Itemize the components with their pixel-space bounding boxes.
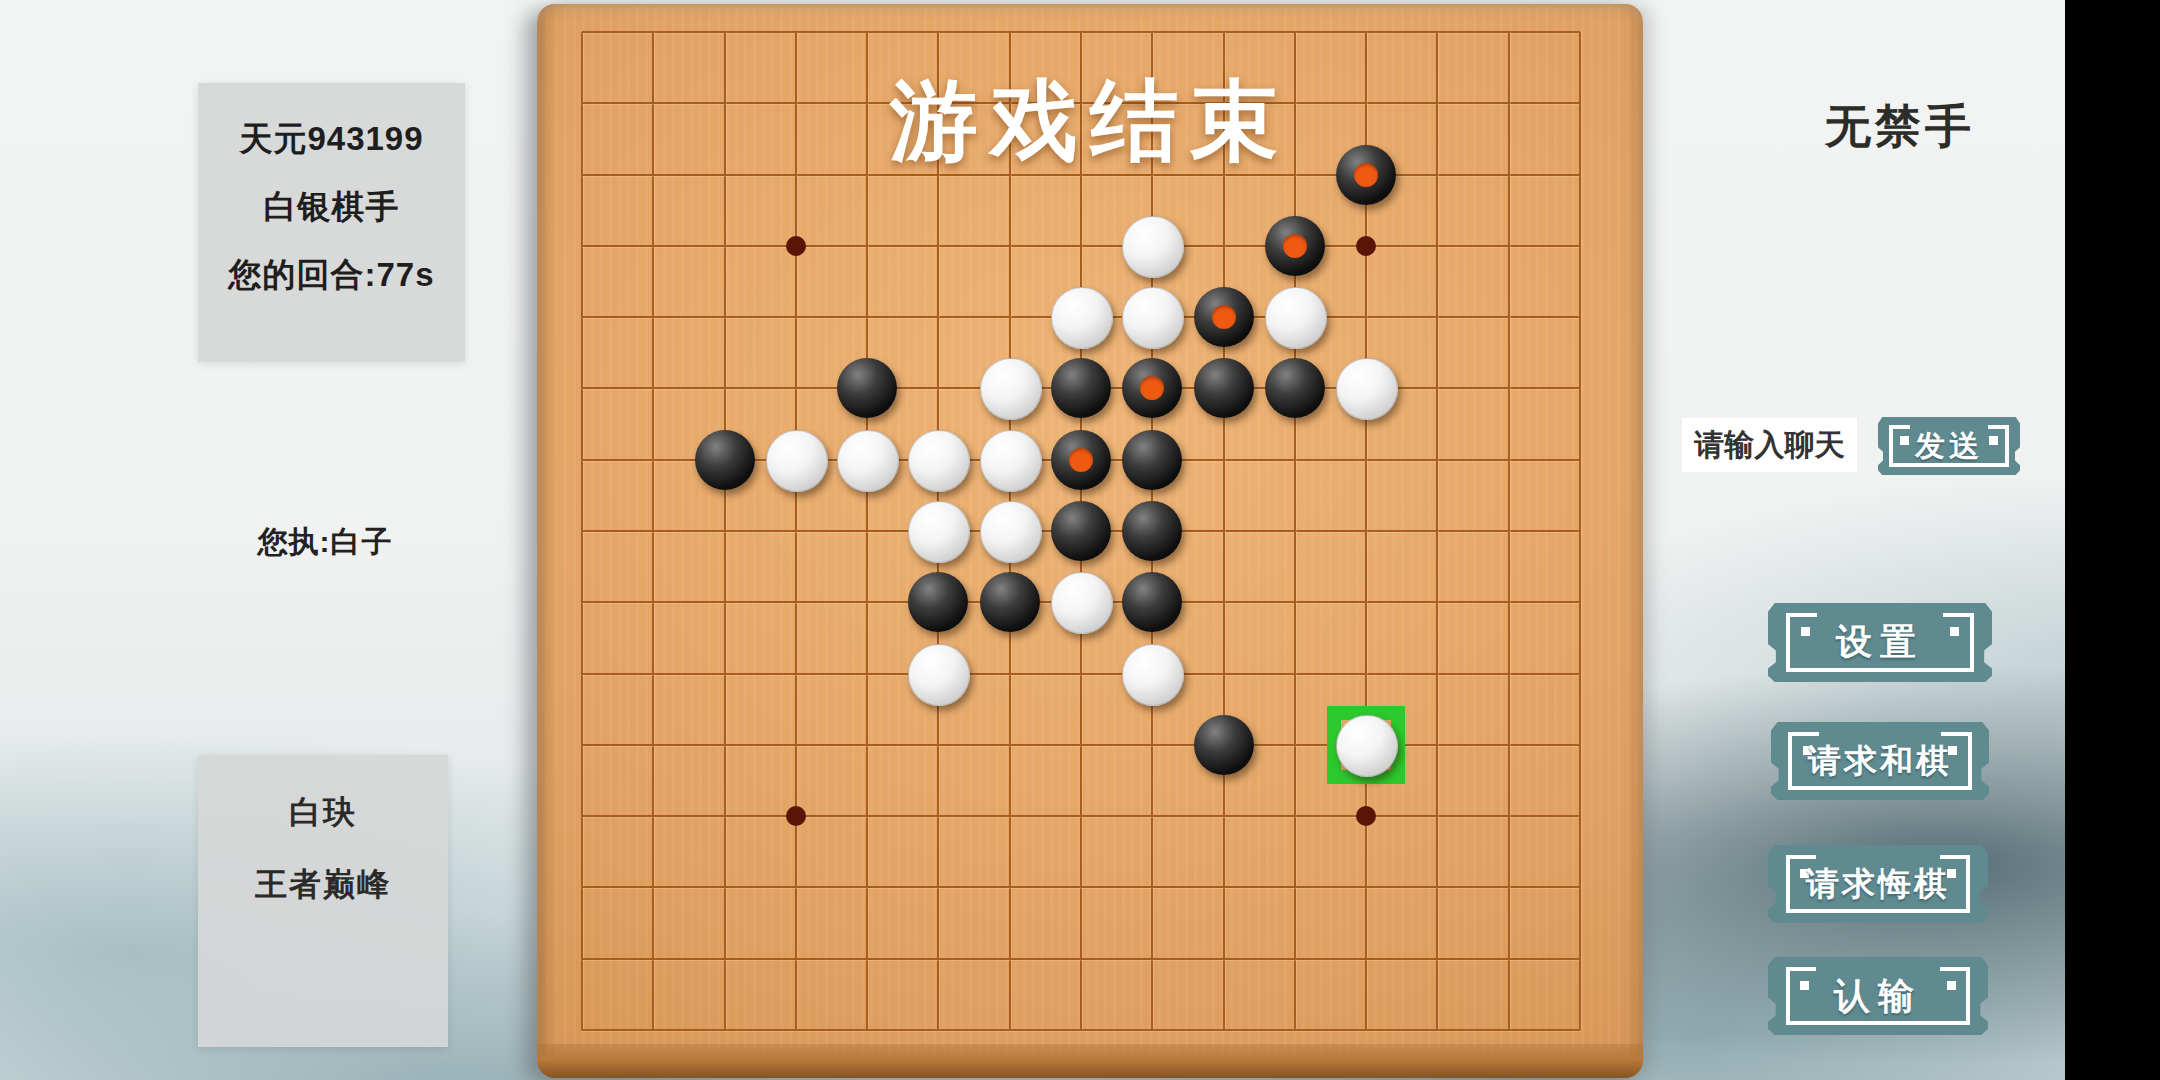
black-stone [1265, 216, 1325, 276]
winning-line-marker [1140, 376, 1164, 400]
settings-button-label: 设置 [1836, 618, 1924, 667]
resign-button[interactable]: 认输 [1768, 957, 1988, 1035]
grid-line [582, 673, 1580, 675]
star-point [786, 236, 806, 256]
player-rank: 王者巅峰 [255, 863, 391, 907]
chat-input[interactable] [1682, 418, 1857, 472]
white-stone [980, 430, 1042, 492]
grid-line [1294, 32, 1296, 1030]
black-stone [837, 358, 897, 418]
request-undo-button[interactable]: 请求悔棋 [1768, 845, 1988, 923]
black-stone [1194, 715, 1254, 775]
player-name: 白玦 [289, 791, 357, 835]
send-button-label: 发送 [1915, 426, 1983, 467]
black-stone [1265, 358, 1325, 418]
winning-line-marker [1283, 234, 1307, 258]
white-stone [1122, 287, 1184, 349]
request-draw-button-label: 请求和棋 [1808, 739, 1952, 784]
turn-timer: 您的回合:77s [228, 253, 434, 298]
settings-button[interactable]: 设置 [1768, 603, 1992, 682]
white-stone [766, 430, 828, 492]
black-stone [1051, 430, 1111, 490]
send-button[interactable]: 发送 [1878, 417, 2020, 475]
grid-line [1508, 32, 1510, 1030]
white-stone [980, 501, 1042, 563]
grid-line [582, 815, 1580, 817]
grid-line [1436, 32, 1438, 1030]
black-stone [1051, 358, 1111, 418]
grid-line [582, 744, 1580, 746]
white-stone [1336, 358, 1398, 420]
white-stone [1051, 572, 1113, 634]
star-point [1356, 806, 1376, 826]
black-stone [1122, 501, 1182, 561]
star-point [1356, 236, 1376, 256]
screen-edge-black-strip [2065, 0, 2160, 1080]
black-stone [1122, 358, 1182, 418]
black-stone [1194, 287, 1254, 347]
request-draw-button[interactable]: 请求和棋 [1771, 722, 1989, 800]
resign-button-label: 认输 [1834, 972, 1922, 1021]
button-corner-ornament [1786, 613, 1817, 639]
star-point [786, 806, 806, 826]
black-stone [1051, 501, 1111, 561]
you-play-label: 您执:白子 [200, 522, 450, 563]
white-stone [1265, 287, 1327, 349]
white-stone [837, 430, 899, 492]
black-stone [1122, 430, 1182, 490]
game-over-title: 游戏结束 [537, 62, 1643, 181]
white-stone [908, 644, 970, 706]
grid-line [1579, 32, 1581, 1030]
button-corner-ornament [1940, 967, 1970, 993]
button-corner-ornament [1786, 967, 1816, 993]
gomoku-board[interactable]: 游戏结束 [537, 4, 1643, 1078]
winning-line-marker [1212, 305, 1236, 329]
white-stone [1122, 644, 1184, 706]
rule-label: 无禁手 [1790, 96, 2010, 158]
black-stone [908, 572, 968, 632]
black-stone [1122, 572, 1182, 632]
white-stone [908, 501, 970, 563]
grid-line [582, 958, 1580, 960]
white-stone [980, 358, 1042, 420]
player-info-panel: 白玦 王者巅峰 [198, 755, 448, 1047]
request-undo-button-label: 请求悔棋 [1806, 862, 1950, 907]
winning-line-marker [1069, 448, 1093, 472]
white-stone [1051, 287, 1113, 349]
black-stone [695, 430, 755, 490]
black-stone [980, 572, 1040, 632]
opponent-name: 天元943199 [239, 117, 423, 162]
grid-line [582, 886, 1580, 888]
opponent-rank: 白银棋手 [264, 185, 400, 230]
white-stone [1122, 216, 1184, 278]
grid-line [1223, 32, 1225, 1030]
grid-line [582, 1029, 1580, 1031]
black-stone [1194, 358, 1254, 418]
white-stone [908, 430, 970, 492]
white-stone [1336, 715, 1398, 777]
opponent-info-panel: 天元943199 白银棋手 您的回合:77s [198, 83, 465, 362]
board-grid [582, 32, 1580, 1030]
button-corner-ornament [1943, 613, 1974, 639]
